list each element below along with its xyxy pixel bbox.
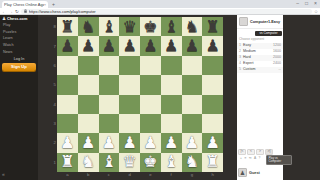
back-icon[interactable]: ←: [2, 9, 7, 14]
square-g5[interactable]: [182, 75, 203, 94]
option-name: Hard: [243, 56, 273, 60]
square-a7[interactable]: ♟: [57, 36, 78, 55]
white-bishop[interactable]: ♝: [164, 154, 178, 170]
square-g3[interactable]: [182, 114, 203, 133]
sidebar-item-learn[interactable]: Learn: [0, 35, 38, 42]
login-link[interactable]: Log In: [0, 57, 38, 61]
square-d2[interactable]: ♟: [119, 133, 140, 152]
square-c7[interactable]: ♟: [99, 36, 120, 55]
opponent-name: Computer1-Easy: [250, 20, 280, 24]
square-h6[interactable]: [202, 56, 223, 75]
square-a6[interactable]: [57, 56, 78, 75]
square-g4[interactable]: [182, 95, 203, 114]
signup-button[interactable]: Sign Up: [2, 63, 36, 71]
square-b1[interactable]: ♞: [78, 153, 99, 172]
black-rook[interactable]: ♜: [205, 19, 219, 35]
file-label-g: g: [182, 173, 203, 179]
square-f5[interactable]: [161, 75, 182, 94]
square-h7[interactable]: ♟: [202, 36, 223, 55]
file-label-b: b: [78, 173, 99, 179]
square-f3[interactable]: [161, 114, 182, 133]
option-rating: --: [279, 68, 281, 72]
square-a2[interactable]: ♟: [57, 133, 78, 152]
file-label-d: d: [119, 173, 140, 179]
url-text: https://www.chess.com/play/computer: [29, 9, 96, 14]
black-knight[interactable]: ♞: [81, 19, 95, 35]
square-f4[interactable]: [161, 95, 182, 114]
padlock-icon: [24, 9, 27, 13]
white-pawn[interactable]: ♟: [122, 135, 136, 151]
square-b2[interactable]: ♟: [78, 133, 99, 152]
rank-label-3: 3: [48, 114, 56, 133]
file-label-f: f: [161, 173, 182, 179]
square-f7[interactable]: ♟: [161, 36, 182, 55]
rank-label-8: 8: [48, 17, 56, 36]
browser-toolbar: ← → ↻ https://www.chess.com/play/compute…: [0, 8, 320, 15]
square-h4[interactable]: [202, 95, 223, 114]
square-h1[interactable]: ♜: [202, 153, 223, 172]
square-f8[interactable]: ♝: [161, 17, 182, 36]
window-controls: –□×: [296, 0, 317, 7]
pawn-logo-icon: ♟: [2, 17, 6, 21]
analysis-icon[interactable]: A: [254, 157, 256, 160]
square-h2[interactable]: ♟: [202, 133, 223, 152]
menu-icon[interactable]: ≡: [244, 157, 246, 160]
white-bishop[interactable]: ♝: [102, 154, 116, 170]
square-c4[interactable]: [99, 95, 120, 114]
opponent-options-list: 1Easy12002Medium16003Hard20004Expert2400…: [237, 43, 283, 73]
address-bar[interactable]: https://www.chess.com/play/computer: [21, 9, 312, 14]
panel-action-icons: +≡⟲A?: [240, 157, 260, 160]
square-a4[interactable]: [57, 95, 78, 114]
square-e2[interactable]: ♟: [140, 133, 161, 152]
option-rating: 2000: [273, 56, 281, 60]
browser-tab[interactable]: Play Chess Online Agai ×: [2, 1, 48, 8]
browser-window: Play Chess Online Agai × + –□× ← → ↻ htt…: [0, 0, 320, 180]
white-pawn[interactable]: ♟: [102, 135, 116, 151]
black-pawn[interactable]: ♟: [102, 38, 116, 54]
opponent-row: Computer1-Easy: [237, 15, 283, 29]
square-b5[interactable]: [78, 75, 99, 94]
rank-label-1: 1: [48, 153, 56, 172]
square-d4[interactable]: [119, 95, 140, 114]
option-rating: 2400: [273, 62, 281, 66]
white-rook[interactable]: ♜: [205, 154, 219, 170]
rank-label-7: 7: [48, 36, 56, 55]
file-label-a: a: [57, 173, 78, 179]
tooltip: Play vs Computer: [266, 155, 292, 165]
refresh-icon[interactable]: ↻: [15, 9, 19, 14]
chess-board[interactable]: ♜♞♝♛♚♝♞♜♟♟♟♟♟♟♟♟♟♟♟♟♟♟♟♟♜♞♝♛♚♝♞♜: [57, 17, 223, 172]
white-knight[interactable]: ♞: [185, 154, 199, 170]
white-pawn[interactable]: ♟: [164, 135, 178, 151]
square-g2[interactable]: ♟: [182, 133, 203, 152]
square-c1[interactable]: ♝: [99, 153, 120, 172]
rank-label-4: 4: [48, 95, 56, 114]
square-e7[interactable]: ♟: [140, 36, 161, 55]
player-name: Guest: [249, 171, 260, 175]
square-d3[interactable]: [119, 114, 140, 133]
white-pawn[interactable]: ♟: [81, 135, 95, 151]
sidebar-nav: PlayPuzzlesLearnWatchNews: [0, 22, 38, 55]
option-name: Custom: [243, 68, 279, 72]
square-f2[interactable]: ♟: [161, 133, 182, 152]
rank-labels: 87654321: [48, 17, 56, 172]
opponent-option-custom[interactable]: 5Custom--: [237, 67, 283, 73]
square-e5[interactable]: [140, 75, 161, 94]
vs-computer-button[interactable]: vs Computer: [255, 31, 282, 37]
square-a3[interactable]: [57, 114, 78, 133]
square-e8[interactable]: ♚: [140, 17, 161, 36]
forward-icon[interactable]: →: [9, 9, 14, 14]
square-a1[interactable]: ♜: [57, 153, 78, 172]
bookmark-star-icon[interactable]: ☆: [314, 9, 318, 14]
player-avatar: ♟: [238, 168, 247, 177]
close-icon[interactable]: ×: [314, 0, 317, 7]
white-rook[interactable]: ♜: [60, 154, 74, 170]
player-pawn-icon: ♟: [240, 170, 245, 176]
black-queen[interactable]: ♛: [122, 19, 136, 35]
help-icon[interactable]: ?: [259, 157, 261, 160]
rank-label-2: 2: [48, 133, 56, 152]
option-name: Medium: [243, 50, 273, 54]
black-king[interactable]: ♚: [143, 19, 157, 35]
square-d7[interactable]: ♟: [119, 36, 140, 55]
white-queen[interactable]: ♛: [122, 154, 136, 170]
square-g1[interactable]: ♞: [182, 153, 203, 172]
new-tab-button[interactable]: +: [52, 1, 55, 7]
square-d1[interactable]: ♛: [119, 153, 140, 172]
sidebar-item-news[interactable]: News: [0, 48, 38, 55]
white-pawn[interactable]: ♟: [205, 135, 219, 151]
black-pawn[interactable]: ♟: [143, 38, 157, 54]
black-pawn[interactable]: ♟: [122, 38, 136, 54]
square-c6[interactable]: [99, 56, 120, 75]
square-f6[interactable]: [161, 56, 182, 75]
white-pawn[interactable]: ♟: [185, 135, 199, 151]
black-pawn[interactable]: ♟: [164, 38, 178, 54]
file-label-h: h: [202, 173, 223, 179]
white-knight[interactable]: ♞: [81, 154, 95, 170]
next-move-button[interactable]: >: [256, 149, 264, 155]
square-c8[interactable]: ♝: [99, 17, 120, 36]
sidebar-item-play[interactable]: Play: [0, 22, 38, 29]
option-rating: 1600: [273, 50, 281, 54]
player-row: ♟ Guest: [238, 168, 282, 177]
chesscom-logo[interactable]: ♟ Chess.com: [0, 15, 38, 22]
square-e3[interactable]: [140, 114, 161, 133]
square-g8[interactable]: ♞: [182, 17, 203, 36]
sidebar: ♟ Chess.com PlayPuzzlesLearnWatchNews Lo…: [0, 15, 38, 180]
square-b8[interactable]: ♞: [78, 17, 99, 36]
square-g7[interactable]: ♟: [182, 36, 203, 55]
square-b6[interactable]: [78, 56, 99, 75]
computer-avatar: [239, 17, 248, 26]
square-h8[interactable]: ♜: [202, 17, 223, 36]
white-pawn[interactable]: ♟: [60, 135, 74, 151]
browser-tab-bar: Play Chess Online Agai × + –□×: [0, 0, 320, 8]
logo-text: Chess.com: [7, 17, 27, 21]
square-d8[interactable]: ♛: [119, 17, 140, 36]
square-d6[interactable]: [119, 56, 140, 75]
maximize-icon[interactable]: □: [305, 0, 308, 7]
prev-move-button[interactable]: <: [247, 149, 255, 155]
square-d5[interactable]: [119, 75, 140, 94]
file-labels: abcdefgh: [57, 173, 223, 179]
rank-label-6: 6: [48, 56, 56, 75]
square-e1[interactable]: ♚: [140, 153, 161, 172]
file-label-c: c: [99, 173, 120, 179]
tab-title: Play Chess Online Agai: [4, 1, 44, 8]
square-b4[interactable]: [78, 95, 99, 114]
square-c2[interactable]: ♟: [99, 133, 120, 152]
square-c3[interactable]: [99, 114, 120, 133]
square-e4[interactable]: [140, 95, 161, 114]
black-pawn[interactable]: ♟: [205, 38, 219, 54]
black-pawn[interactable]: ♟: [185, 38, 199, 54]
option-name: Easy: [243, 44, 273, 48]
first-move-button[interactable]: |<: [238, 149, 246, 155]
square-b7[interactable]: ♟: [78, 36, 99, 55]
file-label-e: e: [140, 173, 161, 179]
black-knight[interactable]: ♞: [185, 19, 199, 35]
flip-board-icon[interactable]: ⟲: [249, 157, 252, 160]
square-f1[interactable]: ♝: [161, 153, 182, 172]
square-g6[interactable]: [182, 56, 203, 75]
add-icon[interactable]: +: [240, 157, 242, 160]
square-a5[interactable]: [57, 75, 78, 94]
white-pawn[interactable]: ♟: [143, 135, 157, 151]
black-rook[interactable]: ♜: [60, 19, 74, 35]
square-h3[interactable]: [202, 114, 223, 133]
tab-close-icon[interactable]: ×: [44, 1, 46, 8]
sidebar-item-puzzles[interactable]: Puzzles: [0, 29, 38, 36]
black-bishop[interactable]: ♝: [102, 19, 116, 35]
option-name: Expert: [243, 62, 273, 66]
black-pawn[interactable]: ♟: [81, 38, 95, 54]
black-bishop[interactable]: ♝: [164, 19, 178, 35]
square-e6[interactable]: [140, 56, 161, 75]
square-a8[interactable]: ♜: [57, 17, 78, 36]
sidebar-collapse-icon[interactable]: «: [2, 172, 5, 177]
minimize-icon[interactable]: –: [296, 0, 299, 7]
option-rating: 1200: [273, 44, 281, 48]
square-h5[interactable]: [202, 75, 223, 94]
black-pawn[interactable]: ♟: [60, 38, 74, 54]
square-c5[interactable]: [99, 75, 120, 94]
sidebar-item-watch[interactable]: Watch: [0, 42, 38, 49]
rank-label-5: 5: [48, 75, 56, 94]
tooltip-line2: Computer: [269, 160, 290, 163]
square-b3[interactable]: [78, 114, 99, 133]
white-king[interactable]: ♚: [143, 154, 157, 170]
